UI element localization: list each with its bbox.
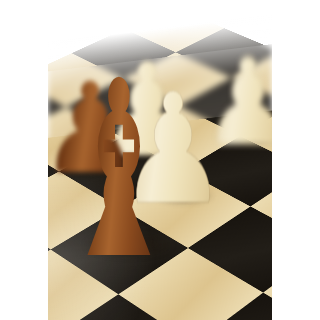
black-bishop: ♝ [59,49,179,293]
photo-canvas: ♟ ♟ ♟ ♟ ♝ [0,0,320,320]
photo-frame: ♟ ♟ ♟ ♟ ♝ [48,0,272,320]
